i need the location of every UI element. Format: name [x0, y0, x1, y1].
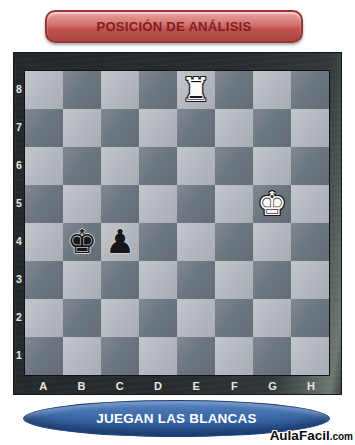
square-h1[interactable] — [291, 337, 329, 375]
square-g4[interactable] — [253, 223, 291, 261]
square-d6[interactable] — [139, 147, 177, 185]
rank-label-4: 4 — [14, 222, 24, 260]
square-f4[interactable] — [215, 223, 253, 261]
square-f6[interactable] — [215, 147, 253, 185]
page-title: POSICIÓN DE ANÁLISIS — [96, 19, 251, 34]
square-a7[interactable] — [25, 109, 63, 147]
square-e4[interactable] — [177, 223, 215, 261]
square-b3[interactable] — [63, 261, 101, 299]
file-label-g: G — [254, 376, 292, 396]
square-f3[interactable] — [215, 261, 253, 299]
square-a5[interactable] — [25, 185, 63, 223]
square-h8[interactable] — [291, 71, 329, 109]
square-e1[interactable] — [177, 337, 215, 375]
square-c1[interactable] — [101, 337, 139, 375]
square-b5[interactable] — [63, 185, 101, 223]
rank-label-6: 6 — [14, 146, 24, 184]
square-g6[interactable] — [253, 147, 291, 185]
brand-name: AulaFacil — [270, 428, 330, 443]
square-g3[interactable] — [253, 261, 291, 299]
square-c4[interactable]: ♟ — [101, 223, 139, 261]
square-d5[interactable] — [139, 185, 177, 223]
square-d7[interactable] — [139, 109, 177, 147]
square-h5[interactable] — [291, 185, 329, 223]
chess-board-frame: 87654321 ♜♚♚♟ ABCDEFGH — [13, 52, 342, 395]
rank-labels: 87654321 — [14, 70, 24, 374]
file-label-f: F — [215, 376, 253, 396]
file-label-c: C — [101, 376, 139, 396]
square-b7[interactable] — [63, 109, 101, 147]
file-labels: ABCDEFGH — [24, 376, 330, 396]
black-pawn: ♟ — [105, 225, 135, 258]
rank-label-2: 2 — [14, 298, 24, 336]
square-e7[interactable] — [177, 109, 215, 147]
square-c7[interactable] — [101, 109, 139, 147]
square-g8[interactable] — [253, 71, 291, 109]
square-e8[interactable]: ♜ — [177, 71, 215, 109]
brand-watermark: AulaFacil.com — [270, 428, 353, 443]
square-a2[interactable] — [25, 299, 63, 337]
square-h3[interactable] — [291, 261, 329, 299]
file-label-a: A — [24, 376, 62, 396]
file-label-b: B — [62, 376, 100, 396]
square-h2[interactable] — [291, 299, 329, 337]
square-a8[interactable] — [25, 71, 63, 109]
rank-label-5: 5 — [14, 184, 24, 222]
square-f5[interactable] — [215, 185, 253, 223]
chess-board: ♜♚♚♟ — [24, 70, 330, 376]
rank-label-7: 7 — [14, 108, 24, 146]
white-rook: ♜ — [181, 73, 211, 106]
square-c5[interactable] — [101, 185, 139, 223]
rank-label-1: 1 — [14, 336, 24, 374]
square-c8[interactable] — [101, 71, 139, 109]
square-g2[interactable] — [253, 299, 291, 337]
file-label-d: D — [139, 376, 177, 396]
square-b6[interactable] — [63, 147, 101, 185]
rank-label-3: 3 — [14, 260, 24, 298]
rank-label-8: 8 — [14, 70, 24, 108]
square-b1[interactable] — [63, 337, 101, 375]
square-e2[interactable] — [177, 299, 215, 337]
square-g5[interactable]: ♚ — [253, 185, 291, 223]
square-b2[interactable] — [63, 299, 101, 337]
square-g7[interactable] — [253, 109, 291, 147]
square-a3[interactable] — [25, 261, 63, 299]
square-h4[interactable] — [291, 223, 329, 261]
square-e5[interactable] — [177, 185, 215, 223]
square-d8[interactable] — [139, 71, 177, 109]
square-a6[interactable] — [25, 147, 63, 185]
square-b4[interactable]: ♚ — [63, 223, 101, 261]
file-label-e: E — [177, 376, 215, 396]
square-f8[interactable] — [215, 71, 253, 109]
square-d3[interactable] — [139, 261, 177, 299]
square-f7[interactable] — [215, 109, 253, 147]
square-h6[interactable] — [291, 147, 329, 185]
square-c6[interactable] — [101, 147, 139, 185]
square-c3[interactable] — [101, 261, 139, 299]
square-a1[interactable] — [25, 337, 63, 375]
square-d2[interactable] — [139, 299, 177, 337]
page: POSICIÓN DE ANÁLISIS 87654321 ♜♚♚♟ ABCDE… — [0, 0, 355, 445]
square-f2[interactable] — [215, 299, 253, 337]
analysis-title-banner: POSICIÓN DE ANÁLISIS — [45, 10, 303, 43]
square-c2[interactable] — [101, 299, 139, 337]
square-d4[interactable] — [139, 223, 177, 261]
square-h7[interactable] — [291, 109, 329, 147]
black-king: ♚ — [67, 225, 97, 258]
square-b8[interactable] — [63, 71, 101, 109]
square-e6[interactable] — [177, 147, 215, 185]
square-a4[interactable] — [25, 223, 63, 261]
brand-suffix: .com — [330, 431, 353, 442]
square-e3[interactable] — [177, 261, 215, 299]
square-d1[interactable] — [139, 337, 177, 375]
file-label-h: H — [292, 376, 330, 396]
board-grid: ♜♚♚♟ — [25, 71, 329, 375]
turn-indicator-label: JUEGAN LAS BLANCAS — [96, 411, 256, 426]
square-g1[interactable] — [253, 337, 291, 375]
white-king: ♚ — [257, 187, 287, 220]
square-f1[interactable] — [215, 337, 253, 375]
